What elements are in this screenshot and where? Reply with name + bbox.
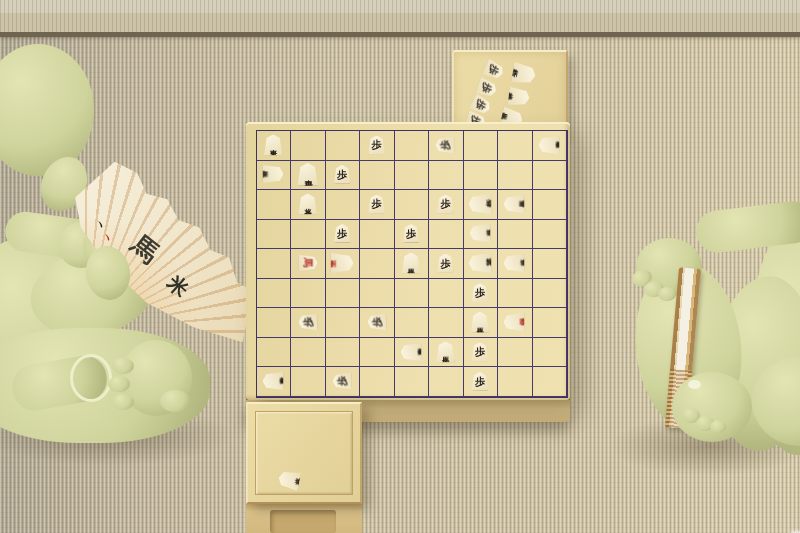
shogi-board: 香車歩歩香車桂馬飛車歩金将歩歩角行桂馬歩歩金将馬龍王桂馬歩王将金将歩歩歩桂馬成銀… — [246, 122, 570, 400]
shogi-piece[interactable]: 歩 — [334, 165, 351, 184]
shogi-piece[interactable]: 飛車 — [297, 163, 318, 186]
shogi-piece[interactable]: 歩 — [437, 254, 454, 273]
piece-kanji: 歩 — [474, 98, 488, 112]
piece-kanji: 歩 — [337, 228, 347, 238]
piece-kanji: 歩 — [337, 376, 347, 386]
shogi-piece[interactable]: 金将 — [298, 193, 317, 214]
figure-thumb — [160, 390, 190, 412]
figure-finger — [658, 287, 676, 301]
piece-kanji: 歩 — [487, 63, 500, 76]
shogi-piece[interactable]: 歩 — [368, 194, 385, 213]
figure-thumbnail — [688, 380, 701, 389]
stand-drawer-notch — [270, 510, 336, 533]
shogi-piece[interactable]: 金将 — [469, 224, 490, 243]
shogi-piece[interactable]: 歩 — [403, 224, 420, 243]
shogi-piece[interactable]: 香車 — [264, 134, 283, 155]
stand-bottom-pieces: 金将 — [248, 404, 360, 502]
left-figure: 馬米ヽヽ — [0, 0, 280, 533]
shogi-piece[interactable]: 歩 — [437, 194, 454, 213]
fan-glyph: 米 — [164, 272, 192, 300]
shogi-piece[interactable]: 桂馬 — [263, 165, 284, 184]
shogi-piece[interactable]: 歩 — [368, 135, 385, 154]
fan-glyph: ヽ — [94, 219, 106, 231]
figure-finger — [112, 358, 134, 374]
shogi-piece[interactable]: 歩 — [334, 224, 351, 243]
piece-kanji: 歩 — [337, 169, 347, 179]
figure-finger — [108, 376, 130, 392]
piece-kanji: 歩 — [475, 288, 485, 298]
piece-kanji: 歩 — [372, 140, 382, 150]
shogi-piece[interactable]: 角行 — [511, 62, 537, 87]
shogi-piece[interactable]: 成銀 — [504, 313, 525, 332]
figure-finger — [710, 420, 726, 433]
piece-kanji: 銀将 — [519, 93, 520, 100]
shogi-piece[interactable]: 歩 — [471, 342, 488, 361]
scene: 歩歩歩歩角行銀将桂馬 馬米ヽヽ 香車歩歩香車桂馬飛車歩金将歩歩角行桂馬歩歩金将馬… — [0, 0, 800, 533]
shogi-piece[interactable]: 桂馬 — [402, 253, 421, 274]
piece-kanji: 歩 — [372, 317, 382, 327]
figure-wrist-joint — [70, 354, 112, 402]
fan-glyph: ヽ — [101, 232, 113, 244]
shogi-piece[interactable]: 歩 — [298, 314, 317, 331]
disclaimer-line-2: ※画像はイメージです。人形や畳は付属いたしません。 — [790, 528, 800, 533]
piece-kanji: 歩 — [440, 258, 450, 268]
piece-kanji: 角行 — [523, 70, 524, 78]
figure-finger — [112, 394, 134, 410]
figure-head — [0, 44, 94, 176]
piece-kanji: 歩 — [303, 317, 313, 327]
piece-layer: 香車歩歩香車桂馬飛車歩金将歩歩角行桂馬歩歩金将馬龍王桂馬歩王将金将歩歩歩桂馬成銀… — [256, 130, 566, 396]
shogi-piece[interactable]: 桂馬 — [470, 312, 489, 333]
shogi-piece[interactable]: 香車 — [401, 342, 422, 361]
piece-kanji: 歩 — [440, 140, 450, 150]
piece-stand-bottom-left: 金将 — [246, 402, 362, 504]
shogi-piece[interactable]: 歩 — [436, 136, 455, 153]
shogi-piece[interactable]: 角行 — [468, 193, 491, 214]
shogi-piece[interactable]: 桂馬 — [436, 341, 455, 362]
shogi-piece[interactable]: 歩 — [333, 373, 352, 390]
piece-kanji: 歩 — [475, 376, 485, 386]
fan-glyph: 馬 — [127, 231, 163, 267]
shogi-piece[interactable]: 金将 — [277, 469, 301, 492]
shogi-piece[interactable]: 龍王 — [331, 253, 354, 274]
shogi-piece[interactable]: 王将 — [468, 253, 491, 274]
shogi-piece[interactable]: 馬 — [298, 255, 317, 272]
shogi-piece[interactable]: 歩 — [471, 372, 488, 391]
piece-kanji: 歩 — [440, 199, 450, 209]
piece-kanji: 歩 — [481, 82, 494, 95]
piece-kanji: 歩 — [372, 199, 382, 209]
shogi-piece[interactable]: 金将 — [504, 254, 525, 273]
shogi-piece[interactable]: 香車 — [263, 372, 284, 391]
piece-kanji: 桂馬 — [511, 114, 513, 121]
shogi-piece[interactable]: 歩 — [367, 314, 386, 331]
shogi-piece[interactable]: 桂馬 — [504, 194, 525, 213]
shogi-piece[interactable]: 歩 — [471, 283, 488, 302]
piece-kanji: 歩 — [406, 228, 416, 238]
shogi-piece[interactable]: 銀将 — [508, 86, 531, 107]
shogi-piece[interactable]: 歩 — [482, 58, 506, 81]
piece-kanji: 歩 — [475, 347, 485, 357]
shogi-piece[interactable]: 香車 — [538, 135, 559, 154]
piece-kanji: 馬 — [303, 258, 313, 268]
right-figure — [600, 0, 800, 533]
piece-kanji: 金将 — [288, 476, 290, 483]
